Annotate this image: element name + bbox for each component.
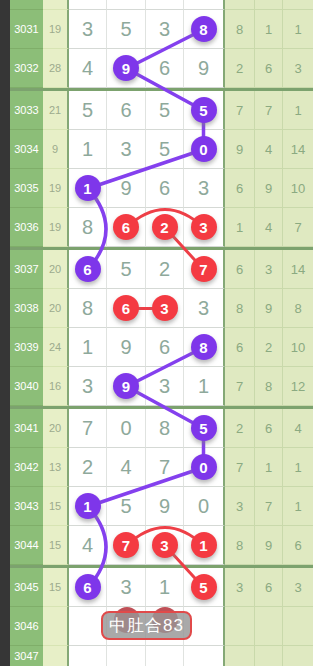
right-stat-cell: 8 <box>283 289 313 328</box>
row-id-cell: 3043 <box>10 487 43 526</box>
row-id-cell: 3039 <box>10 328 43 367</box>
stat-cell <box>43 646 69 666</box>
right-stat-cell: 3 <box>255 250 283 289</box>
row-3031: 3031193538811 <box>10 10 313 49</box>
digit-circle-purple[interactable]: 0 <box>191 454 217 480</box>
digit-cell[interactable]: 6 <box>146 49 184 88</box>
right-stat-cell: 3 <box>283 49 313 88</box>
digit-cell[interactable]: 3 <box>107 568 146 607</box>
right-stat-cell: 6 <box>255 568 283 607</box>
digit-circle-red[interactable]: 1 <box>191 532 217 558</box>
right-stat-cell: 7 <box>255 487 283 526</box>
digit-cell[interactable]: 9 <box>107 367 146 406</box>
row-id-cell: 3046 <box>10 607 43 646</box>
row-3035: 30351919636910 <box>10 169 313 208</box>
row-3032: 3032284969263 <box>10 49 313 88</box>
stat-cell: 20 <box>43 289 69 328</box>
right-stat-cell: 6 <box>225 250 255 289</box>
digit-cell[interactable]: 6 <box>146 328 184 367</box>
digit-cell[interactable]: 6 <box>146 169 184 208</box>
right-stat-cell: 4 <box>255 130 283 169</box>
prediction-label: 中肚合83 <box>101 611 192 640</box>
row-3045: 3045156315363 <box>10 568 313 607</box>
right-stat-cell: 10 <box>283 328 313 367</box>
right-stat-cell: 1 <box>283 91 313 130</box>
digit-cell[interactable]: 8 <box>184 10 225 49</box>
digit-cell[interactable]: 3 <box>146 289 184 328</box>
digit-cell[interactable]: 5 <box>107 250 146 289</box>
right-stat-cell: 8 <box>225 289 255 328</box>
row-3042: 3042132470711 <box>10 448 313 487</box>
digit-cell[interactable]: 7 <box>146 448 184 487</box>
digit-cell[interactable] <box>184 646 225 666</box>
digit-cell[interactable]: 0 <box>184 448 225 487</box>
trend-chart-screen: 3031193538811303228496926330332156557713… <box>0 0 313 666</box>
right-stat-cell: 7 <box>283 208 313 247</box>
right-stat-cell <box>225 607 255 646</box>
digit-circle-red[interactable]: 3 <box>191 214 217 240</box>
digit-cell[interactable]: 6 <box>107 289 146 328</box>
digit-circle-red[interactable]: 7 <box>191 256 217 282</box>
row-id-cell: 3033 <box>10 91 43 130</box>
digit-cell[interactable]: 9 <box>184 49 225 88</box>
digit-cell[interactable]: 9 <box>107 169 146 208</box>
stat-cell: 28 <box>43 49 69 88</box>
right-stat-cell <box>225 646 255 666</box>
digit-cell[interactable] <box>69 646 107 666</box>
stat-cell: 19 <box>43 208 69 247</box>
right-stat-cell: 7 <box>225 91 255 130</box>
digit-cell[interactable]: 1 <box>184 367 225 406</box>
right-stat-cell: 8 <box>255 367 283 406</box>
stat-cell <box>43 0 69 10</box>
right-stat-cell: 7 <box>255 91 283 130</box>
right-stat-cell: 2 <box>225 409 255 448</box>
digit-cell[interactable]: 1 <box>69 169 107 208</box>
digit-cell[interactable]: 0 <box>184 487 225 526</box>
digit-cell[interactable]: 8 <box>69 208 107 247</box>
right-stat-cell: 6 <box>255 409 283 448</box>
digit-circle-purple[interactable]: 1 <box>75 175 101 201</box>
stat-cell: 20 <box>43 250 69 289</box>
digit-cell[interactable] <box>146 646 184 666</box>
digit-cell[interactable]: 5 <box>146 91 184 130</box>
right-stat-cell: 9 <box>255 526 283 565</box>
digit-cell[interactable]: 9 <box>146 487 184 526</box>
stat-cell: 15 <box>43 568 69 607</box>
stat-cell: 21 <box>43 91 69 130</box>
row-id-cell: 3038 <box>10 289 43 328</box>
digit-cell[interactable]: 5 <box>107 487 146 526</box>
digit-cell[interactable]: 0 <box>184 130 225 169</box>
right-stat-cell: 6 <box>225 328 255 367</box>
right-stat-cell <box>283 607 313 646</box>
digit-cell[interactable]: 6 <box>107 91 146 130</box>
right-stat-cell: 4 <box>283 409 313 448</box>
trend-chart-grid: 3031193538811303228496926330332156557713… <box>10 0 313 666</box>
row-id-cell: 3041 <box>10 409 43 448</box>
digit-cell[interactable] <box>107 646 146 666</box>
digit-cell[interactable]: 8 <box>69 289 107 328</box>
row-3036: 3036198623147 <box>10 208 313 247</box>
digit-cell <box>146 0 184 10</box>
right-stat-cell: 1 <box>255 448 283 487</box>
digit-cell[interactable]: 7 <box>184 250 225 289</box>
digit-cell[interactable]: 5 <box>146 130 184 169</box>
right-stat-cell <box>283 646 313 666</box>
digit-circle-red[interactable]: 3 <box>152 295 178 321</box>
row-id-cell: 3042 <box>10 448 43 487</box>
stat-cell: 15 <box>43 526 69 565</box>
partial-top-row <box>10 0 313 10</box>
digit-circle-red[interactable]: 5 <box>191 574 217 600</box>
digit-circle-purple[interactable]: 8 <box>191 16 217 42</box>
digit-cell[interactable]: 5 <box>184 409 225 448</box>
digit-cell <box>69 0 107 10</box>
digit-circle-red[interactable]: 6 <box>113 214 139 240</box>
stat-cell: 19 <box>43 169 69 208</box>
right-stat-cell: 9 <box>255 169 283 208</box>
right-stat-cell: 2 <box>225 49 255 88</box>
row-id-cell: 3031 <box>10 10 43 49</box>
right-stat-cell: 6 <box>283 526 313 565</box>
digit-circle-purple[interactable]: 5 <box>191 97 217 123</box>
digit-cell[interactable]: 9 <box>107 49 146 88</box>
digit-circle-purple[interactable]: 9 <box>113 55 139 81</box>
row-id-cell: 3044 <box>10 526 43 565</box>
row-3040: 30401639317812 <box>10 367 313 406</box>
right-stat-cell <box>255 0 283 10</box>
row-3037: 30372065276314 <box>10 250 313 289</box>
digit-circle-purple[interactable]: 0 <box>191 136 217 162</box>
digit-cell[interactable]: 5 <box>107 10 146 49</box>
digit-cell[interactable]: 9 <box>107 328 146 367</box>
digit-cell[interactable]: 1 <box>184 526 225 565</box>
digit-circle-red[interactable]: 7 <box>113 532 139 558</box>
digit-cell[interactable]: 4 <box>69 49 107 88</box>
right-stat-cell: 9 <box>255 289 283 328</box>
digit-cell[interactable]: 7 <box>69 409 107 448</box>
digit-circle-purple[interactable]: 9 <box>113 373 139 399</box>
right-stat-cell: 7 <box>225 448 255 487</box>
right-stat-cell: 8 <box>225 10 255 49</box>
digit-cell[interactable]: 2 <box>146 250 184 289</box>
digit-cell[interactable]: 6 <box>107 208 146 247</box>
right-stat-cell: 9 <box>225 130 255 169</box>
right-stat-cell: 3 <box>225 568 255 607</box>
row-3044: 3044154731896 <box>10 526 313 565</box>
stat-cell: 24 <box>43 328 69 367</box>
row-3043: 3043151590371 <box>10 487 313 526</box>
digit-cell[interactable]: 8 <box>146 409 184 448</box>
right-stat-cell: 14 <box>283 250 313 289</box>
row-id-cell: 3045 <box>10 568 43 607</box>
right-stat-cell: 7 <box>225 367 255 406</box>
digit-circle-red[interactable]: 3 <box>152 532 178 558</box>
row-id-cell <box>10 0 43 10</box>
stat-cell: 19 <box>43 10 69 49</box>
right-stat-cell: 1 <box>283 487 313 526</box>
right-stat-cell <box>283 0 313 10</box>
digit-circle-purple[interactable]: 1 <box>75 493 101 519</box>
digit-circle-red[interactable]: 6 <box>113 295 139 321</box>
digit-cell[interactable]: 3 <box>69 367 107 406</box>
row-3041: 3041207085264 <box>10 409 313 448</box>
digit-cell[interactable]: 2 <box>146 208 184 247</box>
right-stat-cell: 1 <box>255 10 283 49</box>
digit-cell <box>184 0 225 10</box>
digit-cell[interactable]: 3 <box>146 10 184 49</box>
digit-circle-purple[interactable]: 6 <box>75 574 101 600</box>
row-id-cell: 3040 <box>10 367 43 406</box>
digit-circle-purple[interactable]: 5 <box>191 415 217 441</box>
row-id-cell: 3037 <box>10 250 43 289</box>
right-stat-cell: 4 <box>255 208 283 247</box>
digit-cell[interactable]: 7 <box>107 526 146 565</box>
right-stat-cell: 12 <box>283 367 313 406</box>
stat-cell: 15 <box>43 487 69 526</box>
right-stat-cell: 8 <box>225 526 255 565</box>
digit-cell[interactable]: 6 <box>69 250 107 289</box>
digit-cell[interactable]: 5 <box>184 91 225 130</box>
digit-circle-purple[interactable]: 6 <box>75 256 101 282</box>
row-3047: 3047 <box>10 646 313 666</box>
stat-cell: 20 <box>43 409 69 448</box>
digit-cell[interactable]: 4 <box>69 526 107 565</box>
digit-cell[interactable]: 3 <box>146 367 184 406</box>
digit-circle-red[interactable]: 2 <box>152 214 178 240</box>
left-edge-bar <box>0 0 10 666</box>
digit-cell <box>107 0 146 10</box>
right-stat-cell <box>255 646 283 666</box>
digit-cell[interactable]: 6 <box>69 568 107 607</box>
row-3033: 3033215655771 <box>10 91 313 130</box>
digit-cell[interactable]: 3 <box>184 208 225 247</box>
row-3034: 3034913509414 <box>10 130 313 169</box>
digit-cell[interactable]: 3 <box>184 169 225 208</box>
digit-cell[interactable]: 1 <box>69 130 107 169</box>
row-id-cell: 3034 <box>10 130 43 169</box>
right-stat-cell: 3 <box>225 487 255 526</box>
stat-cell: 9 <box>43 130 69 169</box>
stat-cell <box>43 607 69 646</box>
right-stat-cell: 3 <box>283 568 313 607</box>
digit-cell[interactable]: 5 <box>184 568 225 607</box>
digit-cell[interactable]: 5 <box>69 91 107 130</box>
digit-circle-purple[interactable]: 8 <box>191 334 217 360</box>
right-stat-cell: 6 <box>225 169 255 208</box>
row-3039: 30392419686210 <box>10 328 313 367</box>
digit-cell[interactable]: 1 <box>69 487 107 526</box>
right-stat-cell: 1 <box>225 208 255 247</box>
right-stat-cell <box>225 0 255 10</box>
row-3038: 3038208633898 <box>10 289 313 328</box>
digit-cell[interactable]: 3 <box>69 10 107 49</box>
digit-cell[interactable]: 2 <box>69 448 107 487</box>
right-stat-cell: 14 <box>283 130 313 169</box>
digit-cell[interactable]: 8 <box>184 328 225 367</box>
row-id-cell: 3035 <box>10 169 43 208</box>
digit-cell[interactable]: 4 <box>107 448 146 487</box>
right-stat-cell: 1 <box>283 448 313 487</box>
right-stat-cell: 6 <box>255 49 283 88</box>
digit-cell[interactable]: 3 <box>146 526 184 565</box>
right-stat-cell: 1 <box>283 10 313 49</box>
digit-cell[interactable]: 1 <box>69 328 107 367</box>
row-id-cell: 3047 <box>10 646 43 666</box>
stat-cell: 16 <box>43 367 69 406</box>
right-stat-cell: 2 <box>255 328 283 367</box>
digit-cell[interactable]: 3 <box>184 289 225 328</box>
stat-cell: 13 <box>43 448 69 487</box>
digit-cell[interactable]: 3 <box>107 130 146 169</box>
right-stat-cell <box>255 607 283 646</box>
row-id-cell: 3032 <box>10 49 43 88</box>
right-stat-cell: 10 <box>283 169 313 208</box>
row-id-cell: 3036 <box>10 208 43 247</box>
digit-cell[interactable]: 1 <box>146 568 184 607</box>
digit-cell[interactable]: 0 <box>107 409 146 448</box>
